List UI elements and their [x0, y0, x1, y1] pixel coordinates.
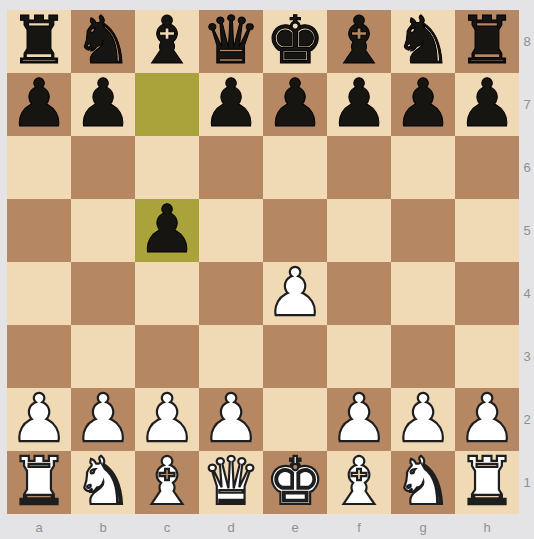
piece-black-pawn[interactable]: ♟	[457, 72, 516, 135]
square-a1[interactable]: ♜	[7, 451, 71, 514]
piece-black-pawn[interactable]: ♟	[393, 72, 452, 135]
square-c4[interactable]	[135, 262, 199, 325]
square-a4[interactable]	[7, 262, 71, 325]
square-c2[interactable]: ♟	[135, 388, 199, 451]
file-label-g: g	[391, 514, 455, 539]
piece-black-pawn[interactable]: ♟	[329, 72, 388, 135]
piece-white-pawn[interactable]: ♟	[201, 387, 260, 450]
file-label-e: e	[263, 514, 327, 539]
rank-label-3: 3	[520, 325, 534, 388]
square-d6[interactable]	[199, 136, 263, 199]
rank-labels: 87654321	[520, 10, 534, 514]
square-a2[interactable]: ♟	[7, 388, 71, 451]
piece-black-pawn[interactable]: ♟	[73, 72, 132, 135]
square-h2[interactable]: ♟	[455, 388, 519, 451]
piece-white-king[interactable]: ♚	[265, 450, 324, 513]
piece-black-rook[interactable]: ♜	[457, 9, 516, 72]
rank-label-6: 6	[520, 136, 534, 199]
square-a6[interactable]	[7, 136, 71, 199]
rank-label-4: 4	[520, 262, 534, 325]
square-f4[interactable]	[327, 262, 391, 325]
square-e5[interactable]	[263, 199, 327, 262]
file-label-h: h	[455, 514, 519, 539]
piece-black-queen[interactable]: ♛	[201, 9, 260, 72]
square-b1[interactable]: ♞	[71, 451, 135, 514]
square-c5[interactable]: ♟	[135, 199, 199, 262]
piece-white-knight[interactable]: ♞	[393, 450, 452, 513]
chess-board[interactable]: ♜♞♝♛♚♝♞♜♟♟♟♟♟♟♟♟♟♟♟♟♟♟♟♟♜♞♝♛♚♝♞♜	[7, 10, 519, 514]
file-label-b: b	[71, 514, 135, 539]
square-g1[interactable]: ♞	[391, 451, 455, 514]
piece-white-pawn[interactable]: ♟	[265, 261, 324, 324]
piece-black-bishop[interactable]: ♝	[137, 9, 196, 72]
rank-label-8: 8	[520, 10, 534, 73]
square-b4[interactable]	[71, 262, 135, 325]
square-h3[interactable]	[455, 325, 519, 388]
square-a7[interactable]: ♟	[7, 73, 71, 136]
square-h6[interactable]	[455, 136, 519, 199]
square-d5[interactable]	[199, 199, 263, 262]
square-b3[interactable]	[71, 325, 135, 388]
square-g5[interactable]	[391, 199, 455, 262]
piece-black-pawn[interactable]: ♟	[9, 72, 68, 135]
square-c7[interactable]	[135, 73, 199, 136]
piece-white-knight[interactable]: ♞	[73, 450, 132, 513]
square-g7[interactable]: ♟	[391, 73, 455, 136]
square-b6[interactable]	[71, 136, 135, 199]
square-g8[interactable]: ♞	[391, 10, 455, 73]
square-e4[interactable]: ♟	[263, 262, 327, 325]
square-e6[interactable]	[263, 136, 327, 199]
square-h8[interactable]: ♜	[455, 10, 519, 73]
square-g2[interactable]: ♟	[391, 388, 455, 451]
square-c3[interactable]	[135, 325, 199, 388]
square-e2[interactable]	[263, 388, 327, 451]
piece-black-pawn[interactable]: ♟	[265, 72, 324, 135]
piece-white-pawn[interactable]: ♟	[393, 387, 452, 450]
square-c1[interactable]: ♝	[135, 451, 199, 514]
square-f6[interactable]	[327, 136, 391, 199]
rank-label-5: 5	[520, 199, 534, 262]
square-d3[interactable]	[199, 325, 263, 388]
square-b5[interactable]	[71, 199, 135, 262]
square-f3[interactable]	[327, 325, 391, 388]
piece-white-queen[interactable]: ♛	[201, 450, 260, 513]
square-f8[interactable]: ♝	[327, 10, 391, 73]
piece-white-rook[interactable]: ♜	[9, 450, 68, 513]
square-f7[interactable]: ♟	[327, 73, 391, 136]
file-label-d: d	[199, 514, 263, 539]
piece-white-bishop[interactable]: ♝	[329, 450, 388, 513]
piece-white-pawn[interactable]: ♟	[9, 387, 68, 450]
piece-black-king[interactable]: ♚	[265, 9, 324, 72]
square-g6[interactable]	[391, 136, 455, 199]
square-e1[interactable]: ♚	[263, 451, 327, 514]
piece-white-pawn[interactable]: ♟	[457, 387, 516, 450]
file-label-c: c	[135, 514, 199, 539]
piece-white-pawn[interactable]: ♟	[73, 387, 132, 450]
rank-label-2: 2	[520, 388, 534, 451]
rank-label-7: 7	[520, 73, 534, 136]
piece-black-rook[interactable]: ♜	[9, 9, 68, 72]
square-f2[interactable]: ♟	[327, 388, 391, 451]
file-labels: abcdefgh	[7, 514, 519, 539]
square-a3[interactable]	[7, 325, 71, 388]
square-d4[interactable]	[199, 262, 263, 325]
square-b2[interactable]: ♟	[71, 388, 135, 451]
rank-label-1: 1	[520, 451, 534, 514]
square-c8[interactable]: ♝	[135, 10, 199, 73]
chess-board-area: ♜♞♝♛♚♝♞♜♟♟♟♟♟♟♟♟♟♟♟♟♟♟♟♟♜♞♝♛♚♝♞♜ 8765432…	[0, 0, 534, 539]
square-h5[interactable]	[455, 199, 519, 262]
square-b8[interactable]: ♞	[71, 10, 135, 73]
piece-white-pawn[interactable]: ♟	[329, 387, 388, 450]
piece-black-bishop[interactable]: ♝	[329, 9, 388, 72]
square-h4[interactable]	[455, 262, 519, 325]
square-a5[interactable]	[7, 199, 71, 262]
square-d2[interactable]: ♟	[199, 388, 263, 451]
piece-white-pawn[interactable]: ♟	[137, 387, 196, 450]
square-b7[interactable]: ♟	[71, 73, 135, 136]
square-d7[interactable]: ♟	[199, 73, 263, 136]
square-g3[interactable]	[391, 325, 455, 388]
piece-black-knight[interactable]: ♞	[393, 9, 452, 72]
piece-black-knight[interactable]: ♞	[73, 9, 132, 72]
square-h7[interactable]: ♟	[455, 73, 519, 136]
square-e8[interactable]: ♚	[263, 10, 327, 73]
piece-white-rook[interactable]: ♜	[457, 450, 516, 513]
square-e3[interactable]	[263, 325, 327, 388]
square-h1[interactable]: ♜	[455, 451, 519, 514]
square-e7[interactable]: ♟	[263, 73, 327, 136]
square-f5[interactable]	[327, 199, 391, 262]
square-g4[interactable]	[391, 262, 455, 325]
square-a8[interactable]: ♜	[7, 10, 71, 73]
piece-white-bishop[interactable]: ♝	[137, 450, 196, 513]
square-d1[interactable]: ♛	[199, 451, 263, 514]
file-label-f: f	[327, 514, 391, 539]
square-f1[interactable]: ♝	[327, 451, 391, 514]
file-label-a: a	[7, 514, 71, 539]
piece-black-pawn[interactable]: ♟	[201, 72, 260, 135]
square-d8[interactable]: ♛	[199, 10, 263, 73]
piece-black-pawn[interactable]: ♟	[137, 198, 196, 261]
square-c6[interactable]	[135, 136, 199, 199]
